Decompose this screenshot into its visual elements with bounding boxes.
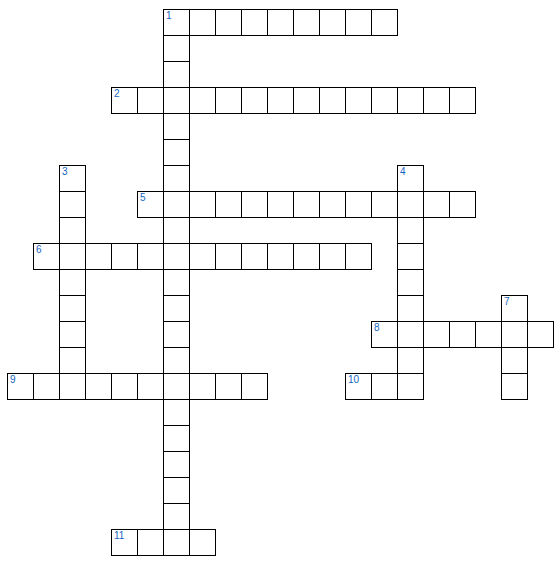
crossword-cell[interactable] [319,9,346,36]
crossword-cell[interactable] [189,87,216,114]
crossword-cell[interactable] [111,373,138,400]
crossword-grid: 1234567891011 [0,0,559,567]
crossword-cell[interactable] [163,165,190,192]
crossword-cell[interactable] [319,191,346,218]
crossword-cell[interactable] [241,243,268,270]
crossword-cell[interactable]: 2 [111,87,138,114]
crossword-cell[interactable] [449,321,476,348]
crossword-cell[interactable] [345,243,372,270]
crossword-cell[interactable] [215,373,242,400]
crossword-cell[interactable] [163,503,190,530]
clue-number: 11 [114,531,124,541]
crossword-cell[interactable] [215,191,242,218]
clue-number: 5 [140,193,146,203]
crossword-cell[interactable] [163,529,190,556]
crossword-cell[interactable] [163,113,190,140]
crossword-cell[interactable] [371,373,398,400]
crossword-cell[interactable] [397,217,424,244]
crossword-cell[interactable] [501,321,528,348]
crossword-cell[interactable] [397,269,424,296]
crossword-cell[interactable] [423,191,450,218]
clue-number: 6 [36,245,42,255]
crossword-cell[interactable] [293,87,320,114]
crossword-cell[interactable] [397,295,424,322]
crossword-cell[interactable] [163,87,190,114]
crossword-cell[interactable] [501,347,528,374]
crossword-cell[interactable] [163,61,190,88]
clue-number: 2 [114,89,120,99]
crossword-cell[interactable] [163,217,190,244]
crossword-cell[interactable] [267,9,294,36]
crossword-cell[interactable] [163,477,190,504]
crossword-cell[interactable]: 11 [111,529,138,556]
crossword-cell[interactable] [163,399,190,426]
crossword-cell[interactable] [189,243,216,270]
crossword-cell[interactable] [527,321,554,348]
crossword-cell[interactable] [163,373,190,400]
crossword-cell[interactable] [475,321,502,348]
crossword-cell[interactable] [163,243,190,270]
crossword-cell[interactable] [59,321,86,348]
clue-number: 7 [504,297,510,307]
crossword-cell[interactable] [319,87,346,114]
crossword-cell[interactable] [371,87,398,114]
crossword-cell[interactable] [163,191,190,218]
crossword-cell[interactable] [397,87,424,114]
clue-number: 3 [62,167,68,177]
crossword-cell[interactable] [33,373,60,400]
crossword-cell[interactable] [397,243,424,270]
crossword-cell[interactable]: 10 [345,373,372,400]
crossword-cell[interactable] [85,243,112,270]
crossword-cell[interactable] [59,295,86,322]
crossword-cell[interactable] [397,347,424,374]
crossword-cell[interactable]: 1 [163,9,190,36]
crossword-cell[interactable] [163,347,190,374]
crossword-cell[interactable] [293,191,320,218]
crossword-cell[interactable] [163,425,190,452]
crossword-cell[interactable] [111,243,138,270]
crossword-cell[interactable] [267,243,294,270]
crossword-cell[interactable] [397,191,424,218]
crossword-cell[interactable]: 9 [7,373,34,400]
crossword-cell[interactable] [137,529,164,556]
crossword-cell[interactable] [137,87,164,114]
crossword-cell[interactable]: 8 [371,321,398,348]
crossword-cell[interactable] [189,191,216,218]
crossword-cell[interactable] [189,9,216,36]
crossword-cell[interactable] [345,191,372,218]
crossword-cell[interactable] [163,35,190,62]
crossword-cell[interactable] [241,87,268,114]
crossword-cell[interactable] [163,451,190,478]
crossword-cell[interactable] [319,243,346,270]
crossword-cell[interactable] [59,269,86,296]
crossword-cell[interactable]: 6 [33,243,60,270]
clue-number: 9 [10,375,16,385]
crossword-cell[interactable] [501,373,528,400]
crossword-cell[interactable] [189,373,216,400]
crossword-cell[interactable] [371,191,398,218]
crossword-cell[interactable] [449,87,476,114]
crossword-cell[interactable] [137,373,164,400]
crossword-cell[interactable] [163,139,190,166]
crossword-cell[interactable] [293,9,320,36]
crossword-page: 1234567891011 [0,0,559,567]
crossword-cell[interactable] [137,243,164,270]
crossword-cell[interactable] [241,191,268,218]
crossword-cell[interactable] [215,9,242,36]
clue-number: 1 [166,11,172,21]
crossword-cell[interactable] [371,9,398,36]
crossword-cell[interactable] [293,243,320,270]
clue-number: 10 [348,375,359,385]
crossword-cell[interactable] [241,9,268,36]
crossword-cell[interactable] [59,243,86,270]
crossword-cell[interactable] [241,373,268,400]
clue-number: 8 [374,323,380,333]
crossword-cell[interactable]: 4 [397,165,424,192]
crossword-cell[interactable] [59,347,86,374]
clue-number: 4 [400,167,406,177]
crossword-cell[interactable] [163,269,190,296]
crossword-cell[interactable]: 5 [137,191,164,218]
crossword-cell[interactable] [59,191,86,218]
crossword-cell[interactable] [215,87,242,114]
crossword-cell[interactable] [397,321,424,348]
crossword-cell[interactable] [267,191,294,218]
crossword-cell[interactable] [423,87,450,114]
crossword-cell[interactable]: 7 [501,295,528,322]
crossword-cell[interactable] [59,373,86,400]
crossword-cell[interactable] [423,321,450,348]
crossword-cell[interactable] [449,191,476,218]
crossword-cell[interactable] [215,243,242,270]
crossword-cell[interactable] [267,87,294,114]
crossword-cell[interactable] [397,373,424,400]
crossword-cell[interactable] [85,373,112,400]
crossword-cell[interactable] [345,9,372,36]
crossword-cell[interactable] [345,87,372,114]
crossword-cell[interactable] [59,217,86,244]
crossword-cell[interactable]: 3 [59,165,86,192]
crossword-cell[interactable] [189,529,216,556]
crossword-cell[interactable] [163,295,190,322]
crossword-cell[interactable] [163,321,190,348]
